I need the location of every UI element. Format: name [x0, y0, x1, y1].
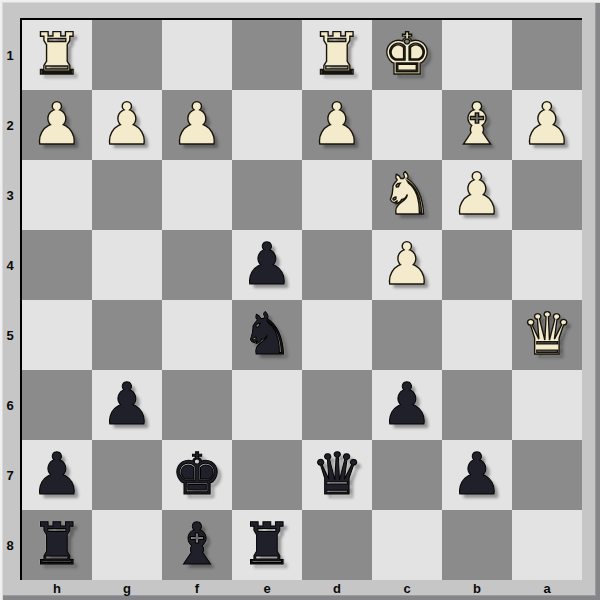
rank-label-7: 7 — [0, 440, 20, 510]
square-f8[interactable]: ♝ — [162, 510, 232, 580]
white-knight[interactable]: ♞ — [372, 160, 442, 230]
square-h1[interactable]: ♜ — [22, 20, 92, 90]
square-d6[interactable] — [302, 370, 372, 440]
square-c5[interactable] — [372, 300, 442, 370]
file-label-c: c — [372, 580, 442, 597]
square-g1[interactable] — [92, 20, 162, 90]
black-pawn[interactable]: ♟ — [232, 230, 302, 300]
square-f3[interactable] — [162, 160, 232, 230]
square-g3[interactable] — [92, 160, 162, 230]
square-b2[interactable]: ♝ — [442, 90, 512, 160]
square-c3[interactable]: ♞ — [372, 160, 442, 230]
white-rook[interactable]: ♜ — [22, 20, 92, 90]
square-h4[interactable] — [22, 230, 92, 300]
square-c8[interactable] — [372, 510, 442, 580]
square-a6[interactable] — [512, 370, 582, 440]
square-a1[interactable] — [512, 20, 582, 90]
square-d2[interactable]: ♟ — [302, 90, 372, 160]
file-labels: hgfedcba — [22, 580, 582, 597]
rank-label-5: 5 — [0, 300, 20, 370]
rank-label-2: 2 — [0, 90, 20, 160]
black-pawn[interactable]: ♟ — [92, 370, 162, 440]
black-queen[interactable]: ♛ — [302, 440, 372, 510]
square-e3[interactable] — [232, 160, 302, 230]
rank-label-6: 6 — [0, 370, 20, 440]
file-label-f: f — [162, 580, 232, 597]
square-a2[interactable]: ♟ — [512, 90, 582, 160]
square-h8[interactable]: ♜ — [22, 510, 92, 580]
white-bishop[interactable]: ♝ — [442, 90, 512, 160]
square-e2[interactable] — [232, 90, 302, 160]
square-a3[interactable] — [512, 160, 582, 230]
white-pawn[interactable]: ♟ — [442, 160, 512, 230]
square-e6[interactable] — [232, 370, 302, 440]
square-d4[interactable] — [302, 230, 372, 300]
file-label-a: a — [512, 580, 582, 597]
square-h2[interactable]: ♟ — [22, 90, 92, 160]
rank-label-3: 3 — [0, 160, 20, 230]
square-e4[interactable]: ♟ — [232, 230, 302, 300]
square-a5[interactable]: ♛ — [512, 300, 582, 370]
black-rook[interactable]: ♜ — [232, 510, 302, 580]
square-g4[interactable] — [92, 230, 162, 300]
white-pawn[interactable]: ♟ — [372, 230, 442, 300]
black-bishop[interactable]: ♝ — [162, 510, 232, 580]
square-d5[interactable] — [302, 300, 372, 370]
square-f5[interactable] — [162, 300, 232, 370]
square-b7[interactable]: ♟ — [442, 440, 512, 510]
rank-label-8: 8 — [0, 510, 20, 580]
square-b8[interactable] — [442, 510, 512, 580]
square-f6[interactable] — [162, 370, 232, 440]
rank-label-1: 1 — [0, 20, 20, 90]
black-king[interactable]: ♚ — [162, 440, 232, 510]
square-g6[interactable]: ♟ — [92, 370, 162, 440]
square-a8[interactable] — [512, 510, 582, 580]
square-f2[interactable]: ♟ — [162, 90, 232, 160]
square-c2[interactable] — [372, 90, 442, 160]
white-pawn[interactable]: ♟ — [302, 90, 372, 160]
black-pawn[interactable]: ♟ — [442, 440, 512, 510]
square-g7[interactable] — [92, 440, 162, 510]
square-h3[interactable] — [22, 160, 92, 230]
square-f7[interactable]: ♚ — [162, 440, 232, 510]
square-h5[interactable] — [22, 300, 92, 370]
black-pawn[interactable]: ♟ — [372, 370, 442, 440]
square-e5[interactable]: ♞ — [232, 300, 302, 370]
board-frame: 12345678 ♜♜♚♟♟♟♟♝♟♞♟♟♟♞♛♟♟♟♚♛♟♜♝♜ hgfedc… — [0, 0, 600, 600]
square-d3[interactable] — [302, 160, 372, 230]
square-f1[interactable] — [162, 20, 232, 90]
square-f4[interactable] — [162, 230, 232, 300]
square-b5[interactable] — [442, 300, 512, 370]
square-g5[interactable] — [92, 300, 162, 370]
square-c7[interactable] — [372, 440, 442, 510]
white-rook[interactable]: ♜ — [302, 20, 372, 90]
square-e8[interactable]: ♜ — [232, 510, 302, 580]
square-e1[interactable] — [232, 20, 302, 90]
square-d7[interactable]: ♛ — [302, 440, 372, 510]
black-knight[interactable]: ♞ — [232, 300, 302, 370]
white-pawn[interactable]: ♟ — [22, 90, 92, 160]
white-pawn[interactable]: ♟ — [512, 90, 582, 160]
rank-label-4: 4 — [0, 230, 20, 300]
square-c4[interactable]: ♟ — [372, 230, 442, 300]
white-king[interactable]: ♚ — [372, 20, 442, 90]
square-a4[interactable] — [512, 230, 582, 300]
square-d8[interactable] — [302, 510, 372, 580]
file-label-g: g — [92, 580, 162, 597]
chess-board: ♜♜♚♟♟♟♟♝♟♞♟♟♟♞♛♟♟♟♚♛♟♜♝♜ — [20, 18, 582, 580]
black-pawn[interactable]: ♟ — [22, 440, 92, 510]
square-h6[interactable] — [22, 370, 92, 440]
file-label-d: d — [302, 580, 372, 597]
file-label-b: b — [442, 580, 512, 597]
square-c6[interactable]: ♟ — [372, 370, 442, 440]
square-e7[interactable] — [232, 440, 302, 510]
file-label-h: h — [22, 580, 92, 597]
square-b6[interactable] — [442, 370, 512, 440]
black-rook[interactable]: ♜ — [22, 510, 92, 580]
square-a7[interactable] — [512, 440, 582, 510]
square-b4[interactable] — [442, 230, 512, 300]
rank-labels: 12345678 — [0, 20, 20, 580]
square-g2[interactable]: ♟ — [92, 90, 162, 160]
square-b3[interactable]: ♟ — [442, 160, 512, 230]
square-g8[interactable] — [92, 510, 162, 580]
file-label-e: e — [232, 580, 302, 597]
white-queen[interactable]: ♛ — [512, 300, 582, 370]
white-pawn[interactable]: ♟ — [92, 90, 162, 160]
square-b1[interactable] — [442, 20, 512, 90]
square-d1[interactable]: ♜ — [302, 20, 372, 90]
white-pawn[interactable]: ♟ — [162, 90, 232, 160]
square-c1[interactable]: ♚ — [372, 20, 442, 90]
square-h7[interactable]: ♟ — [22, 440, 92, 510]
